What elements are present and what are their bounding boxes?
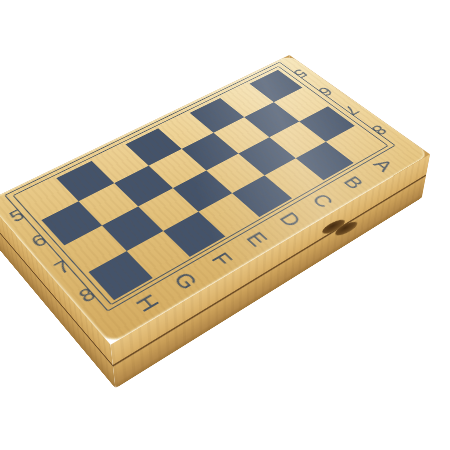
product-photo-scene: HGFEDCBA56785678 bbox=[0, 0, 450, 450]
file-label-e: E bbox=[242, 229, 271, 249]
file-label-b: B bbox=[339, 174, 366, 192]
file-label-a: A bbox=[370, 157, 397, 174]
file-label-c: C bbox=[308, 191, 337, 211]
chess-box: HGFEDCBA56785678 bbox=[0, 97, 422, 388]
file-label-d: D bbox=[275, 210, 304, 230]
file-label-f: F bbox=[207, 250, 236, 270]
